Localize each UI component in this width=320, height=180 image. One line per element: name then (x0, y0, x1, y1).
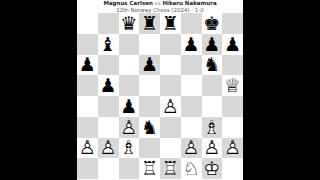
square-a8 (77, 13, 98, 34)
black-p-piece: ♟ (77, 55, 98, 76)
white-p-piece: ♙ (160, 96, 181, 117)
event-result-line: 12th Norway Chess (2024) · 1-0 (77, 7, 243, 13)
square-g2: ♟♙ (202, 138, 223, 159)
square-d3: ♞ (139, 117, 160, 138)
square-c5 (119, 75, 140, 96)
square-c7 (119, 34, 140, 55)
square-h5: ♛♕ (222, 75, 243, 96)
square-b2: ♟♙ (98, 138, 119, 159)
square-a4 (77, 96, 98, 117)
square-f4 (181, 96, 202, 117)
square-g1: ♚♔ (202, 158, 223, 179)
square-a3 (77, 117, 98, 138)
black-p-piece: ♟ (222, 34, 243, 55)
black-p-piece: ♟ (119, 96, 140, 117)
white-p-piece: ♙ (202, 138, 223, 159)
white-p-piece: ♙ (77, 138, 98, 159)
square-d4 (139, 96, 160, 117)
black-p-piece: ♟ (181, 34, 202, 55)
square-b8 (98, 13, 119, 34)
white-p-piece: ♙ (222, 138, 243, 159)
white-k-piece-fill: ♚ (202, 158, 223, 179)
square-c8: ♛ (119, 13, 140, 34)
white-p-piece-fill: ♟ (181, 138, 202, 159)
square-h2: ♟♙ (222, 138, 243, 159)
diagram-panel: Magnus Carlsen vs Hikaru Nakamura 12th N… (77, 0, 243, 180)
square-h1 (222, 158, 243, 179)
black-b-piece: ♝ (98, 34, 119, 55)
square-d7 (139, 34, 160, 55)
square-b7: ♝ (98, 34, 119, 55)
black-n-piece: ♞ (139, 117, 160, 138)
square-a5 (77, 75, 98, 96)
white-b-piece-fill: ♝ (119, 138, 140, 159)
white-n-piece-fill: ♞ (181, 158, 202, 179)
square-c2: ♝♗ (119, 138, 140, 159)
square-d6: ♟ (139, 55, 160, 76)
black-r-piece: ♜ (139, 13, 160, 34)
white-p-piece-fill: ♟ (222, 138, 243, 159)
white-r-piece-fill: ♜ (160, 158, 181, 179)
square-a7 (77, 34, 98, 55)
square-e4: ♟♙ (160, 96, 181, 117)
square-c1 (119, 158, 140, 179)
white-r-piece-fill: ♜ (139, 158, 160, 179)
square-g3: ♝♗ (202, 117, 223, 138)
white-p-piece-fill: ♟ (98, 138, 119, 159)
white-r-piece: ♖ (160, 158, 181, 179)
square-b4 (98, 96, 119, 117)
square-e8: ♜ (160, 13, 181, 34)
square-b1 (98, 158, 119, 179)
white-b-piece: ♗ (119, 138, 140, 159)
square-f5 (181, 75, 202, 96)
square-f8 (181, 13, 202, 34)
square-h8 (222, 13, 243, 34)
square-g5 (202, 75, 223, 96)
square-h7: ♟ (222, 34, 243, 55)
square-d2 (139, 138, 160, 159)
white-p-piece-fill: ♟ (202, 138, 223, 159)
square-e2 (160, 138, 181, 159)
square-g7: ♟ (202, 34, 223, 55)
white-p-piece-fill: ♟ (119, 117, 140, 138)
white-p-piece-fill: ♟ (160, 96, 181, 117)
black-p-piece: ♟ (202, 34, 223, 55)
white-k-piece: ♔ (202, 158, 223, 179)
white-p-piece: ♙ (119, 117, 140, 138)
black-p-piece: ♟ (139, 55, 160, 76)
square-e6 (160, 55, 181, 76)
white-b-piece-fill: ♝ (202, 117, 223, 138)
black-k-piece: ♚ (202, 13, 223, 34)
square-f1: ♞♘ (181, 158, 202, 179)
square-b5: ♟ (98, 75, 119, 96)
square-f6 (181, 55, 202, 76)
white-n-piece: ♘ (181, 158, 202, 179)
square-c6 (119, 55, 140, 76)
square-a6: ♟ (77, 55, 98, 76)
square-h4 (222, 96, 243, 117)
square-d8: ♜ (139, 13, 160, 34)
vs-label: vs (155, 0, 161, 6)
white-r-piece: ♖ (139, 158, 160, 179)
square-a2: ♟♙ (77, 138, 98, 159)
black-p-piece: ♟ (98, 75, 119, 96)
black-n-piece: ♞ (202, 55, 223, 76)
square-d1: ♜♖ (139, 158, 160, 179)
square-e1: ♜♖ (160, 158, 181, 179)
square-b3 (98, 117, 119, 138)
black-player-name: Hikaru Nakamura (162, 0, 216, 6)
square-e3 (160, 117, 181, 138)
chess-board: ♛♜♜♚♝♟♟♟♟♟♞♟♛♕♟♟♙♟♙♞♝♗♟♙♟♙♝♗♟♙♟♙♟♙♜♖♜♖♞♘… (77, 13, 243, 179)
square-f2: ♟♙ (181, 138, 202, 159)
square-c3: ♟♙ (119, 117, 140, 138)
square-a1 (77, 158, 98, 179)
black-r-piece: ♜ (160, 13, 181, 34)
square-e7 (160, 34, 181, 55)
square-g6: ♞ (202, 55, 223, 76)
square-d5 (139, 75, 160, 96)
square-g8: ♚ (202, 13, 223, 34)
square-f3 (181, 117, 202, 138)
square-b6 (98, 55, 119, 76)
game-header: Magnus Carlsen vs Hikaru Nakamura 12th N… (77, 0, 243, 13)
square-c4: ♟ (119, 96, 140, 117)
black-q-piece: ♛ (119, 13, 140, 34)
white-q-piece: ♕ (222, 75, 243, 96)
square-g4 (202, 96, 223, 117)
square-f7: ♟ (181, 34, 202, 55)
white-player-name: Magnus Carlsen (103, 0, 152, 6)
square-h3 (222, 117, 243, 138)
square-e5 (160, 75, 181, 96)
white-p-piece-fill: ♟ (77, 138, 98, 159)
white-p-piece: ♙ (181, 138, 202, 159)
square-h6 (222, 55, 243, 76)
white-b-piece: ♗ (202, 117, 223, 138)
white-q-piece-fill: ♛ (222, 75, 243, 96)
white-p-piece: ♙ (98, 138, 119, 159)
